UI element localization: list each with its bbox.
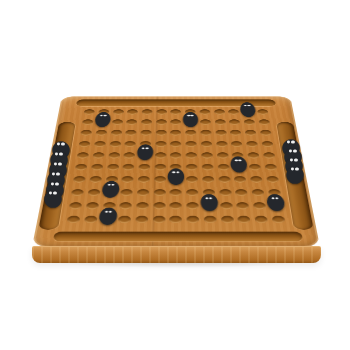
tray-pieces-overlay: ●●●●●●●●●●: [0, 0, 350, 350]
tray-marble-black[interactable]: ●: [285, 162, 305, 185]
tray-marble-black[interactable]: ●: [43, 186, 63, 209]
product-photo-scene: Magnetic marble board game (hematite sto…: [0, 0, 350, 350]
